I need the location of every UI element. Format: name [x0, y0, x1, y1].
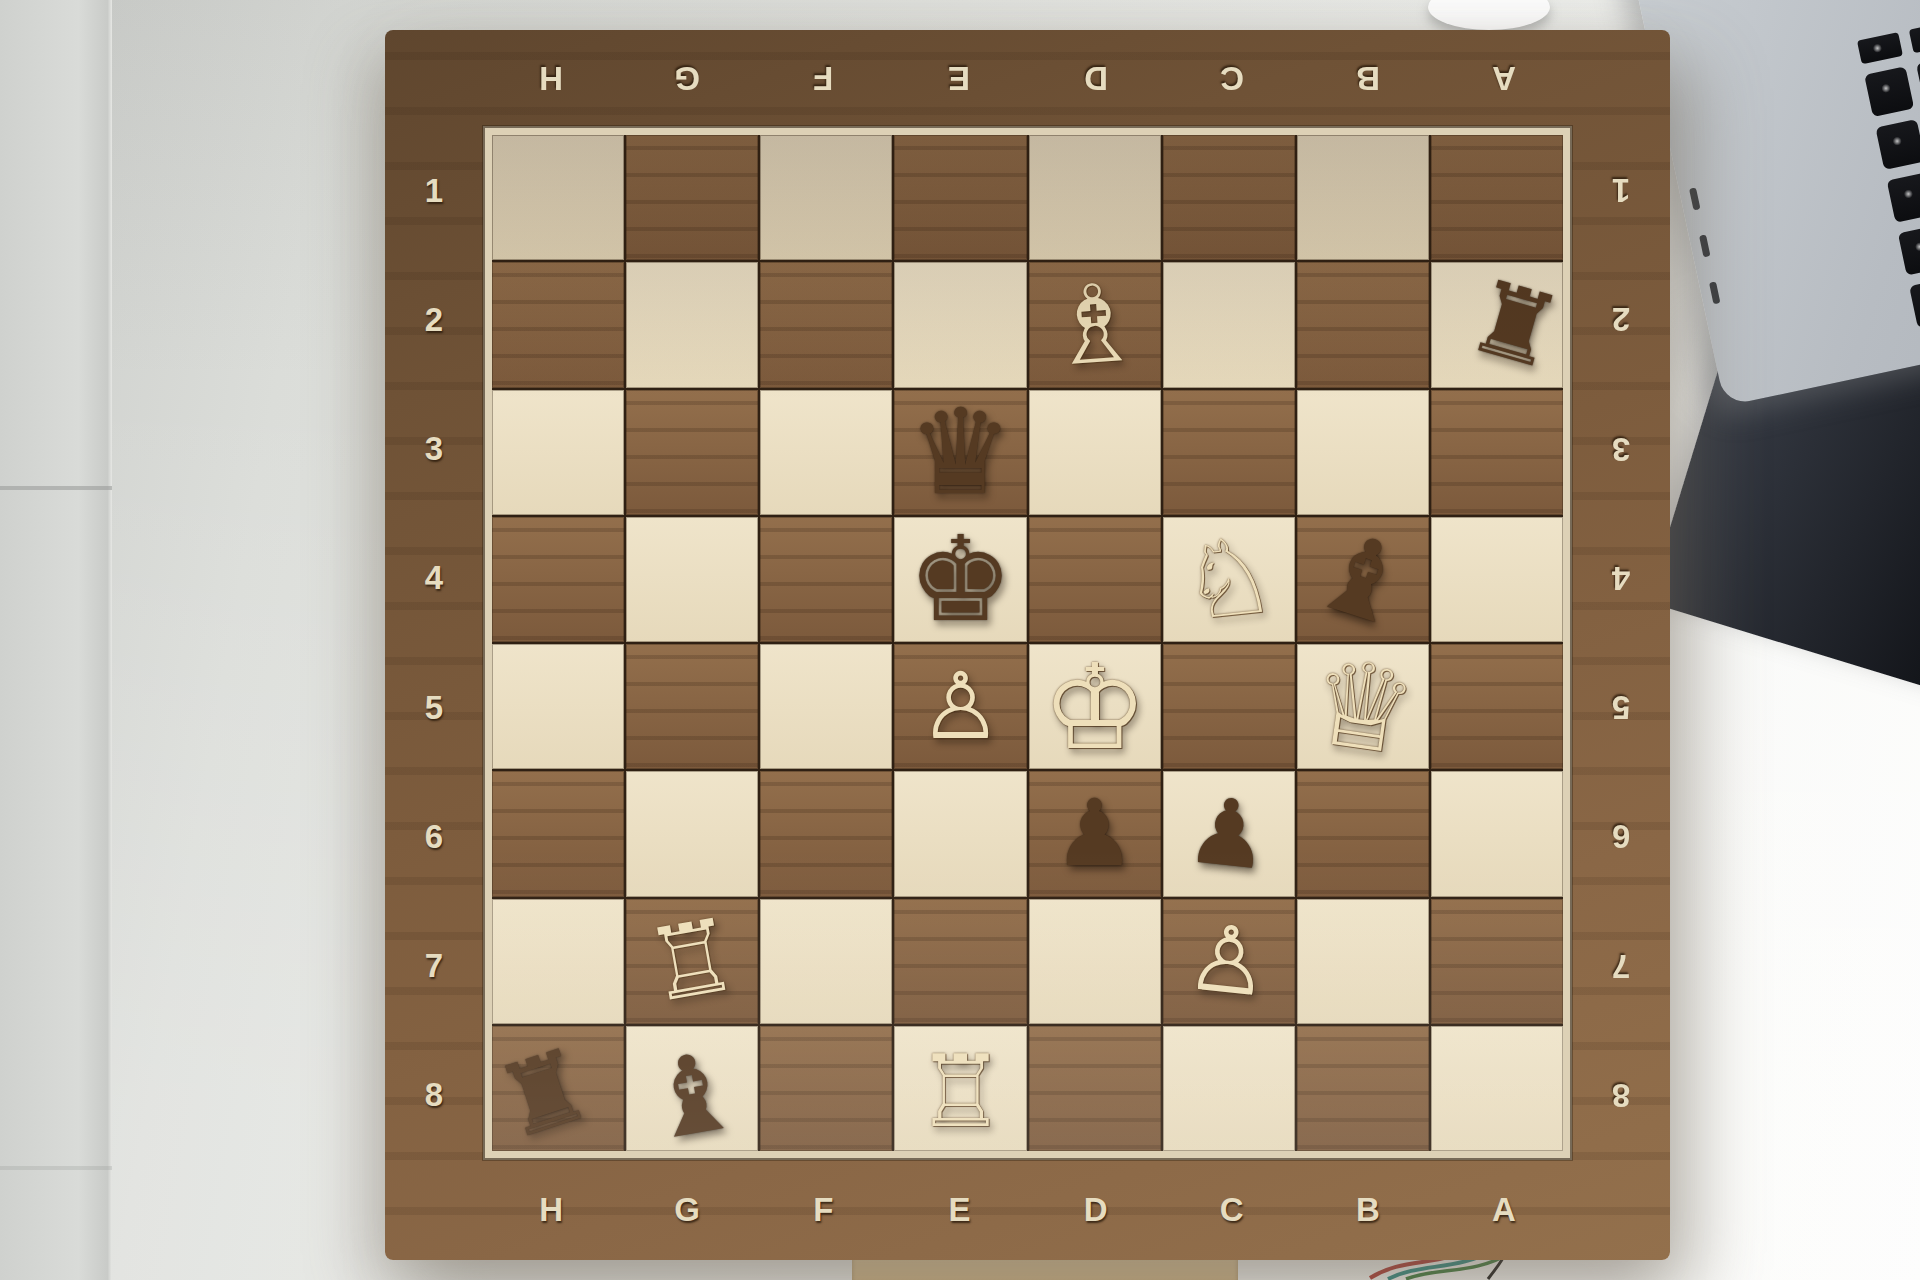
square-d3	[1029, 390, 1161, 515]
wall-seam	[0, 486, 112, 490]
square-a8	[1431, 1026, 1563, 1151]
rank-label-7: 7	[1572, 902, 1670, 1031]
rank-label-3: 3	[385, 385, 483, 514]
square-e8: ♖	[894, 1026, 1026, 1151]
file-label-A: A	[1436, 1160, 1572, 1260]
square-d4	[1029, 517, 1161, 642]
rank-label-2: 2	[1572, 255, 1670, 384]
square-b8	[1297, 1026, 1429, 1151]
black-rook: ♜	[486, 1033, 602, 1156]
square-g4	[626, 517, 758, 642]
white-rook: ♖	[639, 904, 745, 1018]
playing-area: ♗♜♛♚♘♝♙♔♕♟♟♖♙♜♝♖	[483, 126, 1572, 1160]
square-h5	[492, 644, 624, 769]
square-h7	[492, 899, 624, 1024]
file-label-G: G	[619, 30, 755, 126]
square-a7	[1431, 899, 1563, 1024]
rank-label-6: 6	[385, 772, 483, 901]
square-a6	[1431, 771, 1563, 896]
rank-label-5: 5	[385, 643, 483, 772]
laptop-keyboard	[1857, 0, 1920, 328]
file-label-A: A	[1436, 30, 1572, 126]
rank-label-4: 4	[1572, 514, 1670, 643]
square-f8	[760, 1026, 892, 1151]
square-h8: ♜	[492, 1026, 624, 1151]
file-labels-bottom: HGFEDCBA	[483, 1160, 1572, 1260]
file-label-H: H	[483, 30, 619, 126]
file-labels-top: HGFEDCBA	[483, 30, 1572, 126]
keyboard-key	[1909, 21, 1920, 53]
square-h1	[492, 135, 624, 260]
square-f5	[760, 644, 892, 769]
square-a2: ♜	[1431, 262, 1563, 387]
square-e3: ♛	[894, 390, 1026, 515]
square-c7: ♙	[1163, 899, 1295, 1024]
rank-labels-right: 12345678	[1572, 126, 1670, 1160]
square-d1	[1029, 135, 1161, 260]
square-g6	[626, 771, 758, 896]
square-c6: ♟	[1163, 771, 1295, 896]
file-label-G: G	[619, 1160, 755, 1260]
keyboard-row	[1857, 0, 1920, 64]
square-e6	[894, 771, 1026, 896]
square-c8	[1163, 1026, 1295, 1151]
square-c3	[1163, 390, 1295, 515]
square-h3	[492, 390, 624, 515]
square-h6	[492, 771, 624, 896]
keyboard-key	[1857, 32, 1903, 64]
black-queen: ♛	[908, 393, 1014, 511]
square-d6: ♟	[1029, 771, 1161, 896]
keyboard-key	[1864, 66, 1914, 117]
square-e1	[894, 135, 1026, 260]
white-rook: ♖	[916, 1042, 1006, 1142]
chess-board: HGFEDCBA HGFEDCBA 12345678 12345678 ♗♜♛♚…	[385, 30, 1670, 1260]
white-pawn: ♙	[1183, 911, 1275, 1011]
square-a3	[1431, 390, 1563, 515]
square-g5	[626, 644, 758, 769]
white-knight: ♘	[1176, 522, 1282, 637]
file-label-B: B	[1300, 1160, 1436, 1260]
file-label-D: D	[1028, 30, 1164, 126]
square-c5	[1163, 644, 1295, 769]
square-h4	[492, 517, 624, 642]
square-f1	[760, 135, 892, 260]
file-label-H: H	[483, 1160, 619, 1260]
mouse	[1428, 0, 1550, 30]
square-h2	[492, 262, 624, 387]
rank-label-4: 4	[385, 514, 483, 643]
black-king: ♚	[908, 520, 1014, 638]
square-c4: ♘	[1163, 517, 1295, 642]
square-g3	[626, 390, 758, 515]
keyboard-key	[1909, 277, 1920, 328]
square-f4	[760, 517, 892, 642]
square-e5: ♙	[894, 644, 1026, 769]
file-label-F: F	[755, 30, 891, 126]
square-d8	[1029, 1026, 1161, 1151]
square-c2	[1163, 262, 1295, 387]
file-label-C: C	[1164, 1160, 1300, 1260]
keyboard-key	[1887, 172, 1920, 223]
file-label-C: C	[1164, 30, 1300, 126]
square-e4: ♚	[894, 517, 1026, 642]
square-d5: ♔	[1029, 644, 1161, 769]
white-king: ♔	[1042, 648, 1148, 766]
keyboard-key	[1916, 55, 1920, 106]
square-g8: ♝	[626, 1026, 758, 1151]
square-c1	[1163, 135, 1295, 260]
square-g2	[626, 262, 758, 387]
rank-label-7: 7	[385, 902, 483, 1031]
black-pawn: ♟	[1183, 784, 1275, 884]
rank-label-5: 5	[1572, 643, 1670, 772]
file-label-D: D	[1028, 1160, 1164, 1260]
square-a1	[1431, 135, 1563, 260]
rank-label-8: 8	[1572, 1031, 1670, 1160]
rank-label-1: 1	[1572, 126, 1670, 255]
square-a4	[1431, 517, 1563, 642]
rank-label-8: 8	[385, 1031, 483, 1160]
black-bishop: ♝	[635, 1035, 749, 1158]
white-pawn: ♙	[919, 661, 1001, 753]
square-d7	[1029, 899, 1161, 1024]
white-bishop: ♗	[1042, 268, 1146, 382]
square-b2	[1297, 262, 1429, 387]
square-b1	[1297, 135, 1429, 260]
board-grid: ♗♜♛♚♘♝♙♔♕♟♟♖♙♜♝♖	[492, 135, 1563, 1151]
square-d2: ♗	[1029, 262, 1161, 387]
square-a5	[1431, 644, 1563, 769]
wall-seam	[0, 1166, 112, 1170]
square-b7	[1297, 899, 1429, 1024]
black-pawn: ♟	[1053, 788, 1135, 880]
file-label-E: E	[891, 30, 1027, 126]
square-b5: ♕	[1297, 644, 1429, 769]
square-f3	[760, 390, 892, 515]
square-f2	[760, 262, 892, 387]
keyboard-key	[1875, 119, 1920, 170]
wall-strip	[0, 0, 112, 1280]
white-queen: ♕	[1302, 641, 1423, 773]
file-label-F: F	[755, 1160, 891, 1260]
file-label-B: B	[1300, 30, 1436, 126]
black-rook: ♜	[1458, 264, 1572, 385]
keyboard-key	[1898, 225, 1920, 276]
rank-label-1: 1	[385, 126, 483, 255]
rank-label-2: 2	[385, 255, 483, 384]
square-b4: ♝	[1297, 517, 1429, 642]
square-e2	[894, 262, 1026, 387]
square-g7: ♖	[626, 899, 758, 1024]
square-e7	[894, 899, 1026, 1024]
square-f7	[760, 899, 892, 1024]
square-b6	[1297, 771, 1429, 896]
square-f6	[760, 771, 892, 896]
black-bishop: ♝	[1300, 513, 1425, 646]
rank-label-3: 3	[1572, 385, 1670, 514]
rank-labels-left: 12345678	[385, 126, 483, 1160]
square-g1	[626, 135, 758, 260]
rank-label-6: 6	[1572, 772, 1670, 901]
square-b3	[1297, 390, 1429, 515]
file-label-E: E	[891, 1160, 1027, 1260]
